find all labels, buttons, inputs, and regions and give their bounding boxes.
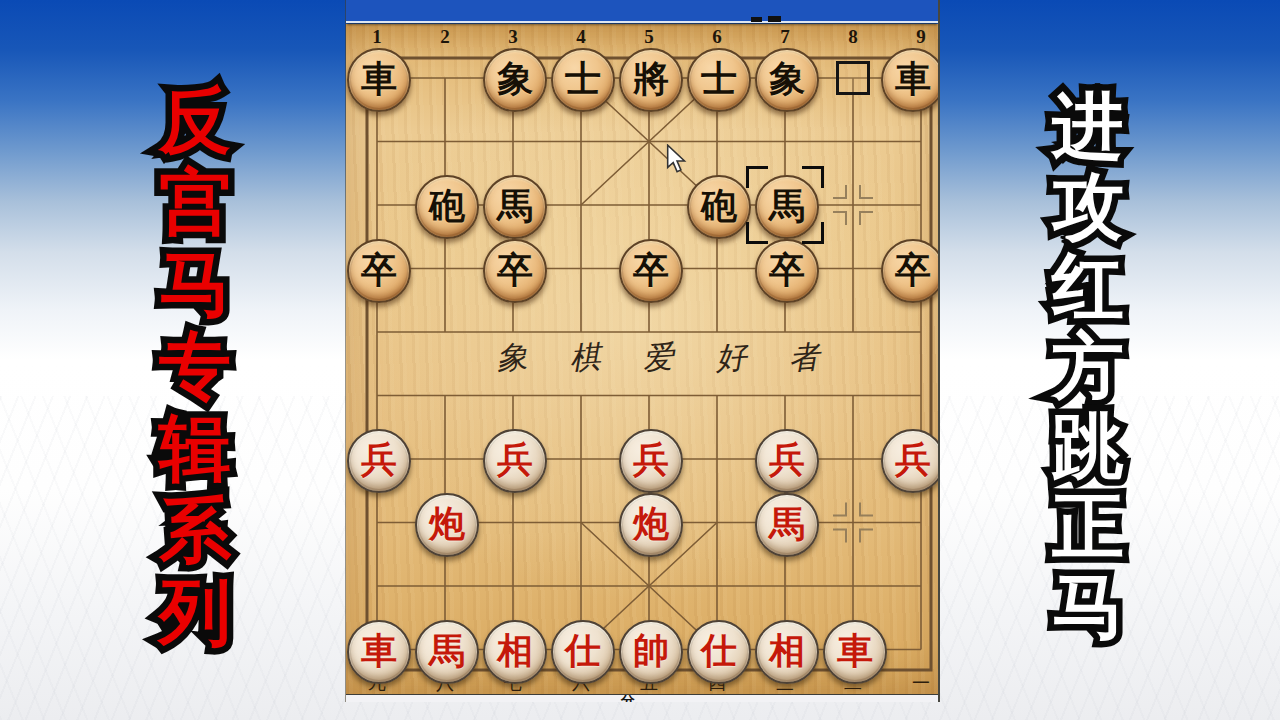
piece-black-士[interactable]: 士	[551, 48, 615, 112]
piece-black-車[interactable]: 車	[881, 48, 940, 112]
file-number-top: 3	[493, 26, 533, 48]
banner-character-fill: 宫	[147, 162, 243, 244]
banner-character: 专专	[147, 326, 243, 408]
banner-character: 列列	[147, 572, 243, 654]
piece-red-兵[interactable]: 兵	[483, 429, 547, 493]
banner-character: 宫宫	[147, 162, 243, 244]
banner-character: 系系	[147, 490, 243, 572]
piece-black-卒[interactable]: 卒	[619, 239, 683, 303]
piece-red-車[interactable]: 車	[823, 620, 887, 684]
piece-red-兵[interactable]: 兵	[755, 429, 819, 493]
banner-character-fill: 马	[1040, 566, 1136, 646]
banner-character: 方方	[1040, 326, 1136, 406]
banner-character-fill: 跳	[1040, 406, 1136, 486]
file-number-top: 1	[357, 26, 397, 48]
piece-black-車[interactable]: 車	[347, 48, 411, 112]
piece-red-馬[interactable]: 馬	[755, 493, 819, 557]
piece-red-兵[interactable]: 兵	[881, 429, 940, 493]
piece-red-相[interactable]: 相	[483, 620, 547, 684]
piece-red-車[interactable]: 車	[347, 620, 411, 684]
file-number-top: 6	[697, 26, 737, 48]
banner-character-fill: 红	[1040, 246, 1136, 326]
piece-red-相[interactable]: 相	[755, 620, 819, 684]
piece-red-炮[interactable]: 炮	[619, 493, 683, 557]
window-title-band	[346, 0, 938, 23]
file-number-top: 7	[765, 26, 805, 48]
xiangqi-app-window: 123456789 九八七六五四三二一 象棋爱好者 車象士將士象車砲馬砲馬卒卒卒…	[345, 0, 940, 702]
piece-black-卒[interactable]: 卒	[347, 239, 411, 303]
piece-red-兵[interactable]: 兵	[619, 429, 683, 493]
piece-red-仕[interactable]: 仕	[687, 620, 751, 684]
banner-character: 红红	[1040, 246, 1136, 326]
river-character: 棋	[562, 336, 609, 381]
banner-character-fill: 专	[147, 326, 243, 408]
banner-character: 辑辑	[147, 408, 243, 490]
piece-black-砲[interactable]: 砲	[687, 175, 751, 239]
banner-character: 马马	[147, 244, 243, 326]
banner-character-fill: 反	[147, 80, 243, 162]
river-character: 者	[781, 336, 828, 381]
file-number-top: 4	[561, 26, 601, 48]
piece-red-馬[interactable]: 馬	[415, 620, 479, 684]
piece-black-砲[interactable]: 砲	[415, 175, 479, 239]
banner-character: 正正	[1040, 486, 1136, 566]
banner-character-fill: 马	[147, 244, 243, 326]
file-number-top: 9	[901, 26, 940, 48]
piece-black-將[interactable]: 將	[619, 48, 683, 112]
top-edge-artifact	[768, 16, 781, 22]
piece-red-兵[interactable]: 兵	[347, 429, 411, 493]
piece-red-炮[interactable]: 炮	[415, 493, 479, 557]
file-number-top: 2	[425, 26, 465, 48]
window-bottom-strip: 分	[346, 694, 938, 702]
river-character: 好	[708, 336, 755, 381]
mouse-cursor-icon	[664, 144, 690, 174]
banner-character-fill: 方	[1040, 326, 1136, 406]
piece-black-卒[interactable]: 卒	[483, 239, 547, 303]
piece-red-仕[interactable]: 仕	[551, 620, 615, 684]
piece-black-象[interactable]: 象	[755, 48, 819, 112]
banner-character-fill: 辑	[147, 408, 243, 490]
river-character: 爱	[635, 336, 682, 381]
banner-character: 跳跳	[1040, 406, 1136, 486]
right-title-banner: 进进攻攻红红方方跳跳正正马马	[1040, 86, 1136, 646]
piece-black-馬[interactable]: 馬	[483, 175, 547, 239]
top-edge-artifact	[751, 17, 762, 22]
piece-black-卒[interactable]: 卒	[881, 239, 940, 303]
piece-black-士[interactable]: 士	[687, 48, 751, 112]
banner-character-fill: 系	[147, 490, 243, 572]
file-number-top: 8	[833, 26, 873, 48]
banner-character: 进进	[1040, 86, 1136, 166]
piece-black-馬[interactable]: 馬	[755, 175, 819, 239]
last-move-origin-marker	[836, 61, 870, 95]
banner-character: 马马	[1040, 566, 1136, 646]
clipped-caption: 分	[621, 694, 635, 702]
left-title-banner: 反反宫宫马马专专辑辑系系列列	[147, 80, 243, 654]
page-background: 反反宫宫马马专专辑辑系系列列 进进攻攻红红方方跳跳正正马马	[0, 0, 1280, 720]
banner-character-fill: 列	[147, 572, 243, 654]
piece-red-帥[interactable]: 帥	[619, 620, 683, 684]
file-label-bottom: 一	[901, 671, 940, 693]
banner-character-fill: 正	[1040, 486, 1136, 566]
banner-character-fill: 进	[1040, 86, 1136, 166]
banner-character: 反反	[147, 80, 243, 162]
file-number-top: 5	[629, 26, 669, 48]
river-character: 象	[489, 336, 536, 381]
banner-character: 攻攻	[1040, 166, 1136, 246]
banner-character-fill: 攻	[1040, 166, 1136, 246]
piece-black-象[interactable]: 象	[483, 48, 547, 112]
piece-black-卒[interactable]: 卒	[755, 239, 819, 303]
